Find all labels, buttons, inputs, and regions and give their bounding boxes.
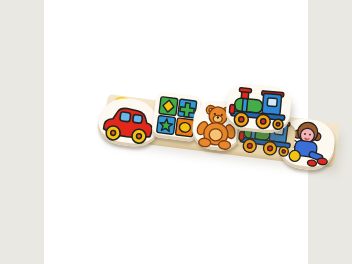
train-icon — [227, 85, 291, 132]
car-icon — [98, 97, 159, 148]
left-margin-bar — [0, 0, 44, 264]
puzzle-piece-train-lifted[interactable] — [224, 82, 292, 135]
product-photo — [0, 0, 352, 264]
photo-backdrop — [44, 0, 308, 264]
puzzle-piece-car[interactable] — [96, 95, 161, 149]
puzzle-board — [103, 94, 340, 163]
